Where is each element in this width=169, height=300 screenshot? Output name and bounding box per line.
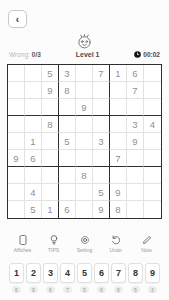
- clock-icon: [134, 51, 141, 58]
- cell-r3c7[interactable]: [110, 99, 127, 116]
- cell-r7c9[interactable]: [144, 167, 161, 184]
- numpad-button-1[interactable]: 1: [9, 263, 24, 283]
- cell-r5c9[interactable]: [144, 133, 161, 150]
- cell-r2c4[interactable]: 8: [59, 82, 76, 99]
- cell-r4c4[interactable]: [59, 116, 76, 133]
- numpad-item-1: 16: [9, 263, 24, 293]
- cell-r3c9[interactable]: [144, 99, 161, 116]
- numpad-item-7: 76: [111, 263, 126, 293]
- cell-r9c4[interactable]: 6: [59, 201, 76, 218]
- cell-r5c5[interactable]: [76, 133, 93, 150]
- cell-r5c3[interactable]: [42, 133, 59, 150]
- timer: 00:02: [134, 51, 160, 58]
- cell-r1c2[interactable]: [25, 65, 42, 82]
- cell-r8c3[interactable]: [42, 184, 59, 201]
- numpad-item-6: 66: [94, 263, 109, 293]
- cell-r1c5[interactable]: [76, 65, 93, 82]
- cell-r3c1[interactable]: [8, 99, 25, 116]
- bulb-icon: [48, 234, 60, 246]
- cell-r7c2[interactable]: [25, 167, 42, 184]
- cell-r4c6[interactable]: [93, 116, 110, 133]
- numpad-remaining-count-1: 6: [12, 286, 21, 293]
- numpad-remaining-count-4: 7: [63, 286, 72, 293]
- cell-r2c5[interactable]: [76, 82, 93, 99]
- cell-r7c8[interactable]: [127, 167, 144, 184]
- cell-r3c3[interactable]: [42, 99, 59, 116]
- back-chevron-icon: ‹: [16, 14, 19, 25]
- wrong-label: Wrong:: [9, 51, 30, 58]
- numpad-item-5: 55: [77, 263, 92, 293]
- cell-r8c6[interactable]: 5: [93, 184, 110, 201]
- toolbar-item-label: Setting: [77, 247, 93, 253]
- cell-r5c1[interactable]: [8, 133, 25, 150]
- cell-r5c4[interactable]: 5: [59, 133, 76, 150]
- toolbar-item-label: TIPS: [48, 247, 59, 253]
- cell-r1c3[interactable]: 5: [42, 65, 59, 82]
- cell-r9c2[interactable]: 5: [25, 201, 42, 218]
- cell-r6c9[interactable]: [144, 150, 161, 167]
- numpad-remaining-count-6: 6: [97, 286, 106, 293]
- numpad-remaining-count-8: 5: [131, 286, 140, 293]
- numpad-item-3: 36: [43, 263, 58, 293]
- cell-r8c7[interactable]: 9: [110, 184, 127, 201]
- numpad-button-4[interactable]: 4: [60, 263, 75, 283]
- cell-r5c7[interactable]: [110, 133, 127, 150]
- cell-r2c7[interactable]: [110, 82, 127, 99]
- sudoku-board: 5371698798341539967845951698: [7, 64, 162, 219]
- cell-r3c5[interactable]: 9: [76, 99, 93, 116]
- toolbar-item-affiches[interactable]: Affiches: [12, 234, 34, 253]
- undo-icon: [110, 234, 122, 246]
- cell-r3c6[interactable]: [93, 99, 110, 116]
- toolbar-item-label: Undo: [110, 247, 122, 253]
- numpad-button-3[interactable]: 3: [43, 263, 58, 283]
- cell-r6c2[interactable]: 6: [25, 150, 42, 167]
- numpad-button-2[interactable]: 2: [26, 263, 41, 283]
- cell-r7c1[interactable]: [8, 167, 25, 184]
- cell-r4c7[interactable]: [110, 116, 127, 133]
- cell-r7c4[interactable]: [59, 167, 76, 184]
- numpad-remaining-count-7: 6: [114, 286, 123, 293]
- cell-r1c8[interactable]: 6: [127, 65, 144, 82]
- cell-r2c9[interactable]: [144, 82, 161, 99]
- cell-r2c1[interactable]: [8, 82, 25, 99]
- cell-r4c8[interactable]: 3: [127, 116, 144, 133]
- numpad-remaining-count-5: 5: [80, 286, 89, 293]
- cell-r2c2[interactable]: [25, 82, 42, 99]
- status-row: Wrong:0/3 Level 1 00:02: [0, 51, 169, 58]
- cell-r3c2[interactable]: [25, 99, 42, 116]
- wrong-counter: Wrong:0/3: [9, 51, 41, 58]
- cell-r8c2[interactable]: 4: [25, 184, 42, 201]
- cell-r9c5[interactable]: [76, 201, 93, 218]
- cell-r1c4[interactable]: 3: [59, 65, 76, 82]
- numpad-item-4: 47: [60, 263, 75, 293]
- cell-r6c4[interactable]: [59, 150, 76, 167]
- cell-r4c2[interactable]: [25, 116, 42, 133]
- cell-r9c3[interactable]: 1: [42, 201, 59, 218]
- numpad-button-5[interactable]: 5: [77, 263, 92, 283]
- cell-r7c6[interactable]: [93, 167, 110, 184]
- cell-r5c6[interactable]: 3: [93, 133, 110, 150]
- cell-r6c7[interactable]: 7: [110, 150, 127, 167]
- cell-r4c5[interactable]: [76, 116, 93, 133]
- cell-r3c4[interactable]: [59, 99, 76, 116]
- cell-r5c8[interactable]: 9: [127, 133, 144, 150]
- cell-r2c8[interactable]: 7: [127, 82, 144, 99]
- number-pad: 162936475566768593: [0, 263, 169, 293]
- toolbar-item-label: Affiches: [14, 247, 32, 253]
- dizzy-face-icon: [76, 33, 93, 50]
- cell-r8c5[interactable]: [76, 184, 93, 201]
- cell-r2c6[interactable]: [93, 82, 110, 99]
- cell-r9c7[interactable]: 8: [110, 201, 127, 218]
- cell-r1c7[interactable]: 1: [110, 65, 127, 82]
- cell-r8c8[interactable]: [127, 184, 144, 201]
- numpad-item-9: 93: [145, 263, 160, 293]
- level-title: Level 1: [76, 51, 100, 58]
- toolbar-item-setting[interactable]: Setting: [74, 234, 96, 253]
- back-button[interactable]: ‹: [8, 10, 27, 28]
- cell-r4c9[interactable]: 4: [144, 116, 161, 133]
- cell-r9c8[interactable]: [127, 201, 144, 218]
- numpad-button-9[interactable]: 9: [145, 263, 160, 283]
- cell-r9c6[interactable]: 9: [93, 201, 110, 218]
- poster-icon: [17, 234, 29, 246]
- cell-r1c9[interactable]: [144, 65, 161, 82]
- toolbar-item-tips[interactable]: TIPS: [43, 234, 65, 253]
- cell-r9c9[interactable]: [144, 201, 161, 218]
- cell-r7c7[interactable]: [110, 167, 127, 184]
- numpad-button-8[interactable]: 8: [128, 263, 143, 283]
- cell-r4c3[interactable]: 8: [42, 116, 59, 133]
- numpad-item-2: 29: [26, 263, 41, 293]
- cell-r8c1[interactable]: [8, 184, 25, 201]
- cell-r6c1[interactable]: 9: [8, 150, 25, 167]
- cell-r7c3[interactable]: [42, 167, 59, 184]
- cell-r2c3[interactable]: 9: [42, 82, 59, 99]
- cell-r9c1[interactable]: [8, 201, 25, 218]
- timer-value: 00:02: [143, 51, 160, 58]
- cell-r3c8[interactable]: [127, 99, 144, 116]
- wrong-value: 0/3: [32, 51, 41, 58]
- numpad-remaining-count-2: 9: [29, 286, 38, 293]
- cell-r5c2[interactable]: 1: [25, 133, 42, 150]
- cell-r7c5[interactable]: 8: [76, 167, 93, 184]
- cell-r6c5[interactable]: [76, 150, 93, 167]
- numpad-button-6[interactable]: 6: [94, 263, 109, 283]
- pencil-icon: [141, 234, 153, 246]
- cell-r1c6[interactable]: 7: [93, 65, 110, 82]
- cell-r4c1[interactable]: [8, 116, 25, 133]
- cell-r1c1[interactable]: [8, 65, 25, 82]
- numpad-remaining-count-9: 3: [148, 286, 157, 293]
- toolbar-item-note[interactable]: Note: [136, 234, 158, 253]
- numpad-remaining-count-3: 6: [46, 286, 55, 293]
- numpad-item-8: 85: [128, 263, 143, 293]
- cell-r6c6[interactable]: [93, 150, 110, 167]
- gear-icon: [79, 234, 91, 246]
- numpad-button-7[interactable]: 7: [111, 263, 126, 283]
- cell-r6c3[interactable]: [42, 150, 59, 167]
- toolbar-item-label: Note: [141, 247, 152, 253]
- level-face: [0, 33, 169, 50]
- toolbar: Affiches TIPS Setting: [0, 234, 169, 253]
- toolbar-item-undo[interactable]: Undo: [105, 234, 127, 253]
- cell-r6c8[interactable]: [127, 150, 144, 167]
- cell-r8c9[interactable]: [144, 184, 161, 201]
- cell-r8c4[interactable]: [59, 184, 76, 201]
- sudoku-app: ‹ Wrong:0/3 Level 1 00:02 53716987983415…: [0, 0, 169, 300]
